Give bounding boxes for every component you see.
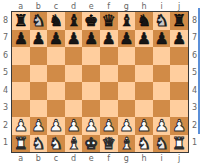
piece-black-pawn[interactable]: ♟ [137,30,151,48]
piece-white-pawn[interactable]: ♟ [154,117,168,135]
piece-white-pawn[interactable]: ♟ [49,117,63,135]
square-i2[interactable]: ♟ [153,117,171,135]
piece-white-queen[interactable]: ♛ [102,135,116,153]
square-i6[interactable] [153,47,171,65]
piece-black-janus[interactable]: ♞ [154,12,168,30]
piece-white-rook[interactable]: ♜ [14,135,28,153]
square-d4[interactable] [65,82,83,100]
square-a8[interactable]: ♜ [12,12,30,30]
square-e3[interactable] [82,100,100,118]
coordinate-label: b [30,153,48,164]
square-a5[interactable] [12,65,30,83]
piece-white-pawn[interactable]: ♟ [119,117,133,135]
piece-black-pawn[interactable]: ♟ [49,30,63,48]
square-e4[interactable] [82,82,100,100]
square-i1[interactable]: ♞ [153,135,171,153]
square-h7[interactable]: ♟ [135,30,153,48]
square-i4[interactable] [153,82,171,100]
square-b3[interactable] [30,100,48,118]
piece-white-pawn[interactable]: ♟ [31,117,45,135]
square-i8[interactable]: ♞ [153,12,171,30]
piece-white-rook[interactable]: ♜ [172,135,186,153]
square-g5[interactable] [118,65,136,83]
square-a4[interactable] [12,82,30,100]
piece-black-pawn[interactable]: ♟ [31,30,45,48]
piece-white-pawn[interactable]: ♟ [14,117,28,135]
square-a3[interactable] [12,100,30,118]
coordinate-label: j [170,153,188,164]
square-h1[interactable]: ♞ [135,135,153,153]
chess-board: ♜♞♞♝♚♛♝♞♞♜♟♟♟♟♟♟♟♟♟♟♟♟♟♟♟♟♟♟♟♟♜♞♞♝♚♛♝♞♞♜ [11,11,189,153]
piece-white-bishop[interactable]: ♝ [119,135,133,153]
piece-black-bishop[interactable]: ♝ [66,12,80,30]
piece-black-pawn[interactable]: ♟ [66,30,80,48]
coordinate-label: 8 [0,12,11,30]
square-d3[interactable] [65,100,83,118]
square-b1[interactable]: ♞ [30,135,48,153]
piece-white-pawn[interactable]: ♟ [66,117,80,135]
square-j7[interactable]: ♟ [170,30,188,48]
piece-black-janus[interactable]: ♞ [31,12,45,30]
piece-black-queen[interactable]: ♛ [102,12,116,30]
piece-white-king[interactable]: ♚ [84,135,98,153]
piece-white-pawn[interactable]: ♟ [137,117,151,135]
coordinate-label: g [118,153,136,164]
rank-labels-left: 87654321 [0,12,11,152]
square-e2[interactable]: ♟ [82,117,100,135]
coordinate-label: a [12,153,30,164]
coordinate-label: 5 [0,65,11,83]
square-e8[interactable]: ♚ [82,12,100,30]
square-d8[interactable]: ♝ [65,12,83,30]
square-j6[interactable] [170,47,188,65]
piece-black-pawn[interactable]: ♟ [84,30,98,48]
square-a7[interactable]: ♟ [12,30,30,48]
square-i5[interactable] [153,65,171,83]
coordinate-label: d [65,153,83,164]
right-edge-blue-line [198,8,200,134]
square-c1[interactable]: ♞ [47,135,65,153]
piece-black-king[interactable]: ♚ [84,12,98,30]
piece-white-janus[interactable]: ♞ [154,135,168,153]
coordinate-label: 6 [0,47,11,65]
file-labels-bottom: abcdefghij [12,153,188,164]
square-h3[interactable] [135,100,153,118]
square-g7[interactable]: ♟ [118,30,136,48]
piece-black-pawn[interactable]: ♟ [119,30,133,48]
square-h5[interactable] [135,65,153,83]
piece-black-pawn[interactable]: ♟ [172,30,186,48]
piece-black-pawn[interactable]: ♟ [154,30,168,48]
square-d2[interactable]: ♟ [65,117,83,135]
piece-white-knight[interactable]: ♞ [49,135,63,153]
square-c3[interactable] [47,100,65,118]
coordinate-label: 1 [0,135,11,153]
square-h6[interactable] [135,47,153,65]
piece-white-pawn[interactable]: ♟ [84,117,98,135]
square-g6[interactable] [118,47,136,65]
square-e1[interactable]: ♚ [82,135,100,153]
square-f1[interactable]: ♛ [100,135,118,153]
piece-black-pawn[interactable]: ♟ [102,30,116,48]
square-j8[interactable]: ♜ [170,12,188,30]
square-c8[interactable]: ♞ [47,12,65,30]
square-g1[interactable]: ♝ [118,135,136,153]
coordinate-label: i [153,153,171,164]
coordinate-label: c [47,153,65,164]
square-c2[interactable]: ♟ [47,117,65,135]
coordinate-label: 2 [0,117,11,135]
square-e6[interactable] [82,47,100,65]
square-d5[interactable] [65,65,83,83]
coordinate-label: 4 [0,82,11,100]
square-g8[interactable]: ♝ [118,12,136,30]
square-d6[interactable] [65,47,83,65]
square-g4[interactable] [118,82,136,100]
square-f4[interactable] [100,82,118,100]
square-e7[interactable]: ♟ [82,30,100,48]
square-a6[interactable] [12,47,30,65]
square-f2[interactable]: ♟ [100,117,118,135]
piece-black-knight[interactable]: ♞ [49,12,63,30]
square-c4[interactable] [47,82,65,100]
piece-black-bishop[interactable]: ♝ [119,12,133,30]
coordinate-label: f [100,153,118,164]
square-f6[interactable] [100,47,118,65]
square-i7[interactable]: ♟ [153,30,171,48]
square-b4[interactable] [30,82,48,100]
square-c5[interactable] [47,65,65,83]
square-b8[interactable]: ♞ [30,12,48,30]
coordinate-label: 1 [189,135,200,153]
square-a2[interactable]: ♟ [12,117,30,135]
piece-white-bishop[interactable]: ♝ [66,135,80,153]
square-f3[interactable] [100,100,118,118]
piece-white-pawn[interactable]: ♟ [172,117,186,135]
square-f5[interactable] [100,65,118,83]
coordinate-label: e [82,153,100,164]
square-h4[interactable] [135,82,153,100]
coordinate-label: h [135,153,153,164]
square-f8[interactable]: ♛ [100,12,118,30]
square-a1[interactable]: ♜ [12,135,30,153]
square-j1[interactable]: ♜ [170,135,188,153]
piece-black-rook[interactable]: ♜ [14,12,28,30]
square-e5[interactable] [82,65,100,83]
square-b7[interactable]: ♟ [30,30,48,48]
square-j5[interactable] [170,65,188,83]
piece-white-janus[interactable]: ♞ [31,135,45,153]
square-b2[interactable]: ♟ [30,117,48,135]
piece-white-pawn[interactable]: ♟ [102,117,116,135]
square-j3[interactable] [170,100,188,118]
coordinate-label: 3 [0,100,11,118]
square-b5[interactable] [30,65,48,83]
piece-black-pawn[interactable]: ♟ [14,30,28,48]
square-g3[interactable] [118,100,136,118]
square-f7[interactable]: ♟ [100,30,118,48]
square-d7[interactable]: ♟ [65,30,83,48]
square-j4[interactable] [170,82,188,100]
square-i3[interactable] [153,100,171,118]
square-c6[interactable] [47,47,65,65]
janus-chess-diagram: abcdefghij 87654321 ♜♞♞♝♚♛♝♞♞♜♟♟♟♟♟♟♟♟♟♟… [0,0,200,165]
square-b6[interactable] [30,47,48,65]
piece-black-rook[interactable]: ♜ [172,12,186,30]
square-c7[interactable]: ♟ [47,30,65,48]
square-g2[interactable]: ♟ [118,117,136,135]
square-h2[interactable]: ♟ [135,117,153,135]
piece-white-knight[interactable]: ♞ [137,135,151,153]
square-j2[interactable]: ♟ [170,117,188,135]
square-h8[interactable]: ♞ [135,12,153,30]
coordinate-label: 7 [0,30,11,48]
square-d1[interactable]: ♝ [65,135,83,153]
piece-black-knight[interactable]: ♞ [137,12,151,30]
